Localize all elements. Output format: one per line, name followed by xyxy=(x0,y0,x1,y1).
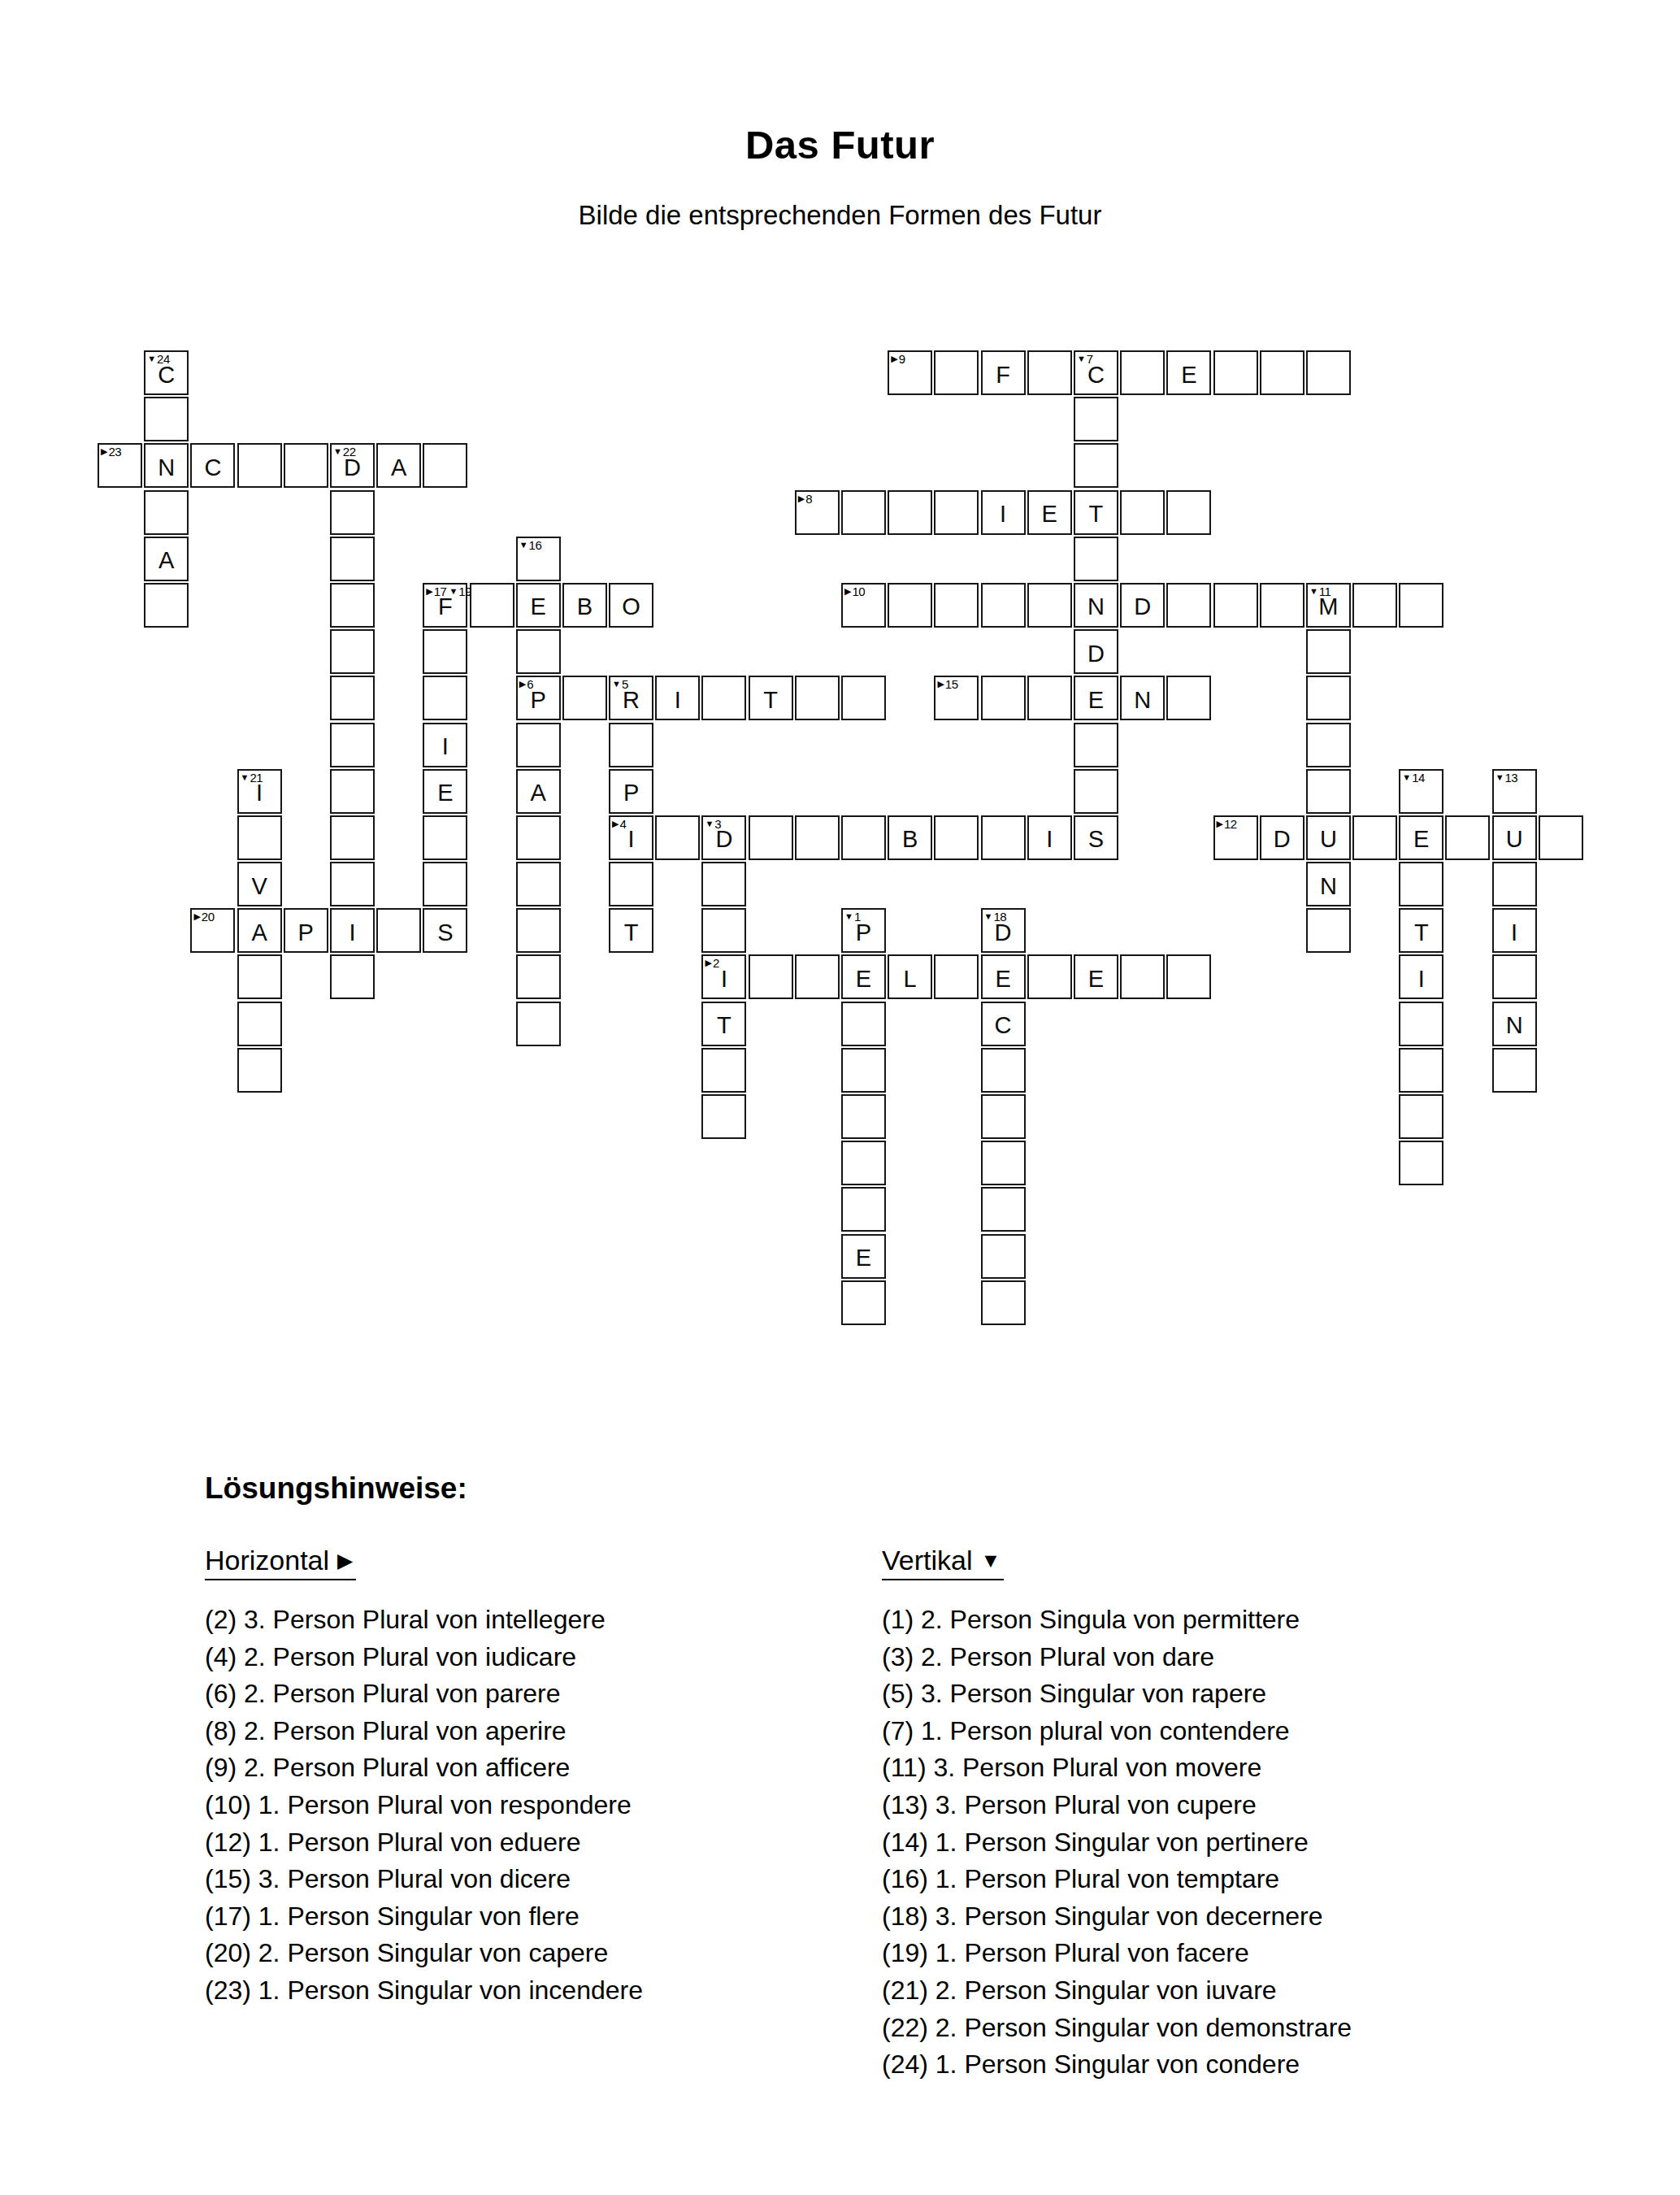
page-subtitle: Bilde die entsprechenden Formen des Futu… xyxy=(0,200,1680,231)
cell-r13-c15[interactable] xyxy=(795,954,840,999)
cell-r0-c19[interactable]: F xyxy=(981,350,1026,395)
cell-r10-c11[interactable]: ▶4I xyxy=(609,815,653,860)
across-arrow-icon: ▶ xyxy=(844,587,851,596)
cell-r12-c16[interactable]: ▼1P xyxy=(841,908,886,953)
cell-r10-c26[interactable]: U xyxy=(1306,815,1351,860)
clue-number: 9 xyxy=(899,353,905,365)
cell-r5-c7[interactable]: ▶17▼19F xyxy=(423,583,467,628)
clue-number-labels: ▶15 xyxy=(937,678,957,690)
clue-number-label: ▼1 xyxy=(844,911,861,923)
clue-item-down-13: (13) 3. Person Plural von cupere xyxy=(882,1787,1352,1824)
cell-r16-c13[interactable] xyxy=(701,1094,746,1139)
across-heading-label: Horizontal xyxy=(205,1545,329,1576)
cell-letter: T xyxy=(1414,921,1429,945)
clue-number-labels: ▼18 xyxy=(984,911,1007,923)
cell-letter: C xyxy=(995,1014,1012,1037)
cell-r7-c10[interactable] xyxy=(562,676,607,720)
cell-r6-c26[interactable] xyxy=(1306,629,1351,674)
cell-r0-c22[interactable] xyxy=(1120,350,1165,395)
clue-number-label: ▼18 xyxy=(984,911,1007,923)
cell-letter: A xyxy=(158,549,174,572)
down-arrow-icon: ▼ xyxy=(984,912,993,921)
cell-r13-c28[interactable]: I xyxy=(1399,954,1443,999)
clue-number: 12 xyxy=(1224,818,1237,830)
clue-item-down-16: (16) 1. Person Plural von temptare xyxy=(882,1861,1352,1898)
cell-r15-c16[interactable] xyxy=(841,1048,886,1093)
cell-r2-c7[interactable] xyxy=(423,443,467,488)
down-arrow-icon: ▼ xyxy=(844,912,853,921)
clue-number: 15 xyxy=(945,678,958,690)
cell-r10-c29[interactable] xyxy=(1445,815,1490,860)
cell-r13-c30[interactable] xyxy=(1492,954,1537,999)
cell-r9-c3[interactable]: ▼21I xyxy=(237,769,282,814)
cell-letter: S xyxy=(1088,828,1104,851)
clue-item-down-18: (18) 3. Person Singular von decernere xyxy=(882,1898,1352,1936)
clue-number-label: ▼3 xyxy=(705,818,721,830)
clue-number-labels: ▶6 xyxy=(519,678,533,690)
cell-letter: E xyxy=(437,781,453,805)
down-arrow-icon: ▼ xyxy=(705,819,714,828)
across-arrow-icon: ▶ xyxy=(101,447,107,456)
cell-r13-c13[interactable]: ▶2I xyxy=(701,954,746,999)
cell-r9-c9[interactable]: A xyxy=(516,769,561,814)
down-clues-column: Vertikal ▼ (1) 2. Person Singula von per… xyxy=(882,1545,1352,2084)
cell-r3-c15[interactable]: ▶8 xyxy=(795,490,840,535)
cell-r0-c21[interactable]: ▼7C xyxy=(1074,350,1118,395)
cell-r7-c26[interactable] xyxy=(1306,676,1351,720)
cell-r10-c9[interactable] xyxy=(516,815,561,860)
cell-r11-c30[interactable] xyxy=(1492,862,1537,906)
cell-r10-c13[interactable]: ▼3D xyxy=(701,815,746,860)
clue-number: 6 xyxy=(527,678,533,690)
cell-r10-c24[interactable]: ▶12 xyxy=(1213,815,1258,860)
clue-number-label: ▶17 xyxy=(426,585,446,598)
clue-number: 13 xyxy=(1505,772,1518,784)
cell-r14-c30[interactable]: N xyxy=(1492,1002,1537,1046)
cell-r5-c23[interactable] xyxy=(1166,583,1211,628)
cell-r7-c22[interactable]: N xyxy=(1120,676,1165,720)
cell-r13-c5[interactable] xyxy=(330,954,375,999)
cell-r10-c30[interactable]: U xyxy=(1492,815,1537,860)
cell-letter: P xyxy=(623,781,639,805)
cell-r5-c25[interactable] xyxy=(1260,583,1304,628)
clue-number-labels: ▼3 xyxy=(705,818,721,830)
cell-r12-c7[interactable]: S xyxy=(423,908,467,953)
cell-r4-c9[interactable]: ▼16 xyxy=(516,537,561,581)
cell-r11-c13[interactable] xyxy=(701,862,746,906)
across-arrow-icon: ▶ xyxy=(705,958,711,967)
across-clue-list: (2) 3. Person Plural von intellegere(4) … xyxy=(205,1602,643,2010)
clue-number-labels: ▼22 xyxy=(333,446,356,458)
clue-item-down-19: (19) 1. Person Plural von facere xyxy=(882,1935,1352,1972)
cell-r12-c11[interactable]: T xyxy=(609,908,653,953)
cell-r6-c9[interactable] xyxy=(516,629,561,674)
cell-r19-c19[interactable] xyxy=(981,1234,1026,1279)
cell-r5-c5[interactable] xyxy=(330,583,375,628)
cell-r18-c16[interactable] xyxy=(841,1187,886,1232)
cell-r12-c9[interactable] xyxy=(516,908,561,953)
cell-r15-c19[interactable] xyxy=(981,1048,1026,1093)
clue-number-labels: ▶12 xyxy=(1217,818,1237,830)
cell-r5-c17[interactable] xyxy=(888,583,932,628)
down-arrow-icon: ▼ xyxy=(981,1550,1001,1571)
cell-r7-c21[interactable]: E xyxy=(1074,676,1118,720)
cell-letter: N xyxy=(1087,595,1105,619)
cell-letter: I xyxy=(1000,502,1006,526)
clue-number-labels: ▼24 xyxy=(147,353,170,365)
cell-r0-c23[interactable]: E xyxy=(1166,350,1211,395)
cell-r12-c28[interactable]: T xyxy=(1399,908,1443,953)
down-arrow-icon: ▼ xyxy=(612,680,621,689)
cell-r0-c24[interactable] xyxy=(1213,350,1258,395)
cell-r7-c23[interactable] xyxy=(1166,676,1211,720)
cell-r5-c18[interactable] xyxy=(934,583,979,628)
cell-r13-c19[interactable]: E xyxy=(981,954,1026,999)
cell-r18-c19[interactable] xyxy=(981,1187,1026,1232)
cell-letter: I xyxy=(1046,828,1053,851)
cell-r8-c21[interactable] xyxy=(1074,723,1118,767)
cell-r12-c13[interactable] xyxy=(701,908,746,953)
cell-r8-c9[interactable] xyxy=(516,723,561,767)
cell-r2-c21[interactable] xyxy=(1074,443,1118,488)
cell-r4-c21[interactable] xyxy=(1074,537,1118,581)
cell-letter: T xyxy=(717,1014,731,1037)
cell-r11-c26[interactable]: N xyxy=(1306,862,1351,906)
down-arrow-icon: ▼ xyxy=(241,773,250,782)
clue-item-down-11: (11) 3. Person Plural von movere xyxy=(882,1749,1352,1787)
down-clue-list: (1) 2. Person Singula von permittere(3) … xyxy=(882,1602,1352,2084)
cell-r11-c9[interactable] xyxy=(516,862,561,906)
clue-number-labels: ▼16 xyxy=(519,539,542,551)
cell-r0-c20[interactable] xyxy=(1027,350,1072,395)
clue-number-label: ▶2 xyxy=(705,957,718,969)
clue-number: 16 xyxy=(529,539,542,551)
cell-r10-c20[interactable]: I xyxy=(1027,815,1072,860)
cell-r13-c18[interactable] xyxy=(934,954,979,999)
clue-number-label: ▼7 xyxy=(1077,353,1093,365)
cell-r13-c3[interactable] xyxy=(237,954,282,999)
cell-letter: E xyxy=(856,1246,871,1270)
cell-r5-c1[interactable] xyxy=(144,583,189,628)
cell-r14-c19[interactable]: C xyxy=(981,1002,1026,1046)
cell-letter: E xyxy=(1088,689,1104,712)
cell-r1-c1[interactable] xyxy=(144,397,189,441)
cell-r10-c12[interactable] xyxy=(655,815,700,860)
cell-r3-c5[interactable] xyxy=(330,490,375,535)
across-clues-header: Horizontal ▶ xyxy=(205,1545,356,1580)
cell-r7-c18[interactable]: ▶15 xyxy=(934,676,979,720)
down-arrow-icon: ▼ xyxy=(1496,773,1504,782)
cell-r3-c22[interactable] xyxy=(1120,490,1165,535)
cell-letter: M xyxy=(1318,595,1338,619)
down-arrow-icon: ▼ xyxy=(1309,587,1318,596)
cell-letter: C xyxy=(204,456,221,480)
cell-r14-c28[interactable] xyxy=(1399,1002,1443,1046)
cell-letter: U xyxy=(1506,828,1523,851)
across-arrow-icon: ▶ xyxy=(426,587,432,596)
cell-r12-c4[interactable]: P xyxy=(284,908,328,953)
cell-r10-c17[interactable]: B xyxy=(888,815,932,860)
cell-r10-c15[interactable] xyxy=(795,815,840,860)
cell-r13-c23[interactable] xyxy=(1166,954,1211,999)
cell-r7-c5[interactable] xyxy=(330,676,375,720)
clue-item-across-9: (9) 2. Person Plural von afficere xyxy=(205,1749,643,1787)
cell-letter: B xyxy=(902,828,918,851)
cell-r5-c19[interactable] xyxy=(981,583,1026,628)
cell-r2-c0[interactable]: ▶23 xyxy=(98,443,142,488)
cell-letter: I xyxy=(721,967,727,991)
clue-number: 17 xyxy=(434,585,447,598)
cell-r12-c19[interactable]: ▼18D xyxy=(981,908,1026,953)
clue-number-label: ▶6 xyxy=(519,678,533,690)
clue-number: 8 xyxy=(805,493,812,505)
clue-item-down-22: (22) 2. Person Singular von demonstrare xyxy=(882,2010,1352,2047)
clue-number-labels: ▶9 xyxy=(891,353,905,365)
clue-number-label: ▶23 xyxy=(101,446,121,458)
cell-r3-c23[interactable] xyxy=(1166,490,1211,535)
cell-r10-c28[interactable]: E xyxy=(1399,815,1443,860)
cell-r0-c25[interactable] xyxy=(1260,350,1304,395)
cell-r7-c9[interactable]: ▶6P xyxy=(516,676,561,720)
cell-r12-c26[interactable] xyxy=(1306,908,1351,953)
cell-r8-c11[interactable] xyxy=(609,723,653,767)
cell-r10-c18[interactable] xyxy=(934,815,979,860)
cell-r15-c13[interactable] xyxy=(701,1048,746,1093)
cell-r5-c9[interactable]: E xyxy=(516,583,561,628)
cell-letter: N xyxy=(1134,689,1151,712)
cell-r14-c16[interactable] xyxy=(841,1002,886,1046)
cell-r9-c30[interactable]: ▼13 xyxy=(1492,769,1537,814)
cell-r14-c3[interactable] xyxy=(237,1002,282,1046)
cell-r3-c17[interactable] xyxy=(888,490,932,535)
cell-r10-c27[interactable] xyxy=(1352,815,1397,860)
cell-r5-c26[interactable]: ▼11M xyxy=(1306,583,1351,628)
clue-item-down-7: (7) 1. Person plural von contendere xyxy=(882,1713,1352,1750)
cell-r11-c3[interactable]: V xyxy=(237,862,282,906)
cell-r15-c28[interactable] xyxy=(1399,1048,1443,1093)
cell-letter: D xyxy=(344,456,361,480)
clue-number-label: ▶9 xyxy=(891,353,905,365)
across-arrow-icon: ▶ xyxy=(1217,819,1223,828)
cell-r3-c19[interactable]: I xyxy=(981,490,1026,535)
cell-r15-c30[interactable] xyxy=(1492,1048,1537,1093)
cell-r10-c25[interactable]: D xyxy=(1260,815,1304,860)
cell-r10-c21[interactable]: S xyxy=(1074,815,1118,860)
cell-r6-c5[interactable] xyxy=(330,629,375,674)
cell-r17-c28[interactable] xyxy=(1399,1141,1443,1185)
clue-item-down-14: (14) 1. Person Singular von pertinere xyxy=(882,1824,1352,1862)
cell-r13-c17[interactable]: L xyxy=(888,954,932,999)
cell-r5-c10[interactable]: B xyxy=(562,583,607,628)
clue-number-label: ▼11 xyxy=(1309,585,1331,598)
cell-r4-c1[interactable]: A xyxy=(144,537,189,581)
cell-r11-c11[interactable] xyxy=(609,862,653,906)
cell-r16-c16[interactable] xyxy=(841,1094,886,1139)
cell-r9-c28[interactable]: ▼14 xyxy=(1399,769,1443,814)
cell-r0-c26[interactable] xyxy=(1306,350,1351,395)
across-arrow-icon: ▶ xyxy=(337,1550,353,1571)
cell-r10-c16[interactable] xyxy=(841,815,886,860)
cell-letter: D xyxy=(995,921,1012,945)
cell-r11-c28[interactable] xyxy=(1399,862,1443,906)
cell-r9-c11[interactable]: P xyxy=(609,769,653,814)
clue-number-labels: ▼21 xyxy=(241,772,263,784)
cell-r20-c16[interactable] xyxy=(841,1280,886,1325)
cell-r12-c5[interactable]: I xyxy=(330,908,375,953)
cell-r5-c20[interactable] xyxy=(1027,583,1072,628)
cell-r3-c20[interactable]: E xyxy=(1027,490,1072,535)
cell-r6-c7[interactable] xyxy=(423,629,467,674)
cell-r9-c7[interactable]: E xyxy=(423,769,467,814)
cell-r10-c5[interactable] xyxy=(330,815,375,860)
cell-r2-c1[interactable]: N xyxy=(144,443,189,488)
down-arrow-icon: ▼ xyxy=(1077,354,1086,363)
cell-r5-c8[interactable] xyxy=(470,583,514,628)
clue-item-across-4: (4) 2. Person Plural von iudicare xyxy=(205,1639,643,1676)
cell-r5-c21[interactable]: N xyxy=(1074,583,1118,628)
cell-r12-c2[interactable]: ▶20 xyxy=(190,908,235,953)
cell-r12-c6[interactable] xyxy=(376,908,421,953)
clue-number: 5 xyxy=(622,678,628,690)
cell-r16-c28[interactable] xyxy=(1399,1094,1443,1139)
cell-r9-c21[interactable] xyxy=(1074,769,1118,814)
cell-r0-c17[interactable]: ▶9 xyxy=(888,350,932,395)
cell-r16-c19[interactable] xyxy=(981,1094,1026,1139)
clue-item-across-17: (17) 1. Person Singular von flere xyxy=(205,1898,643,1936)
cell-r8-c26[interactable] xyxy=(1306,723,1351,767)
clue-number-labels: ▶4 xyxy=(612,818,626,830)
cell-r11-c7[interactable] xyxy=(423,862,467,906)
cell-r2-c3[interactable] xyxy=(237,443,282,488)
cell-r14-c9[interactable] xyxy=(516,1002,561,1046)
cell-r15-c3[interactable] xyxy=(237,1048,282,1093)
clue-number: 18 xyxy=(993,911,1006,923)
cell-r7-c15[interactable] xyxy=(795,676,840,720)
cell-r3-c21[interactable]: T xyxy=(1074,490,1118,535)
cell-r1-c21[interactable] xyxy=(1074,397,1118,441)
cell-r13-c9[interactable] xyxy=(516,954,561,999)
cell-r17-c19[interactable] xyxy=(981,1141,1026,1185)
cell-r7-c16[interactable] xyxy=(841,676,886,720)
cell-r9-c5[interactable] xyxy=(330,769,375,814)
clue-item-across-15: (15) 3. Person Plural von dicere xyxy=(205,1861,643,1898)
cell-r7-c19[interactable] xyxy=(981,676,1026,720)
cell-r10-c3[interactable] xyxy=(237,815,282,860)
clue-number-labels: ▼7 xyxy=(1077,353,1093,365)
crossword-grid: ▼24C▶9F▼7CE▶23NC▼22DA▶8IETA▼16▶17▼19FEBO… xyxy=(98,350,1583,1325)
cell-letter: P xyxy=(298,921,314,945)
cell-r13-c20[interactable] xyxy=(1027,954,1072,999)
cell-r5-c16[interactable]: ▶10 xyxy=(841,583,886,628)
cell-r5-c27[interactable] xyxy=(1352,583,1397,628)
cell-letter: D xyxy=(715,828,732,851)
cell-r3-c1[interactable] xyxy=(144,490,189,535)
clue-item-down-3: (3) 2. Person Plural von dare xyxy=(882,1639,1352,1676)
clue-item-across-12: (12) 1. Person Plural von eduere xyxy=(205,1824,643,1862)
cell-r14-c13[interactable]: T xyxy=(701,1002,746,1046)
cell-r13-c22[interactable] xyxy=(1120,954,1165,999)
cell-r10-c14[interactable] xyxy=(749,815,793,860)
across-arrow-icon: ▶ xyxy=(193,912,200,921)
clue-item-across-10: (10) 1. Person Plural von respondere xyxy=(205,1787,643,1824)
clue-item-down-21: (21) 2. Person Singular von iuvare xyxy=(882,1972,1352,2010)
cell-letter: L xyxy=(904,967,917,991)
cell-r6-c21[interactable]: D xyxy=(1074,629,1118,674)
cell-r5-c28[interactable] xyxy=(1399,583,1443,628)
cell-letter: A xyxy=(531,781,546,805)
clue-number: 23 xyxy=(108,446,121,458)
clue-number-labels: ▶2 xyxy=(705,957,718,969)
down-clues-header: Vertikal ▼ xyxy=(882,1545,1004,1580)
cell-letter: C xyxy=(158,363,175,387)
cell-r13-c21[interactable]: E xyxy=(1074,954,1118,999)
cell-r0-c1[interactable]: ▼24C xyxy=(144,350,189,395)
cell-r2-c5[interactable]: ▼22D xyxy=(330,443,375,488)
cell-r5-c11[interactable]: O xyxy=(609,583,653,628)
cell-letter: I xyxy=(1511,921,1517,945)
page-title: Das Futur xyxy=(0,122,1680,167)
cell-r0-c18[interactable] xyxy=(934,350,979,395)
clue-number: 7 xyxy=(1087,353,1093,365)
cell-r13-c14[interactable] xyxy=(749,954,793,999)
cell-r10-c31[interactable] xyxy=(1539,815,1583,860)
cell-letter: E xyxy=(995,967,1010,991)
cell-r12-c30[interactable]: I xyxy=(1492,908,1537,953)
cell-r20-c19[interactable] xyxy=(981,1280,1026,1325)
cell-r5-c22[interactable]: D xyxy=(1120,583,1165,628)
clue-number-labels: ▶23 xyxy=(101,446,121,458)
cell-r2-c6[interactable]: A xyxy=(376,443,421,488)
cell-r4-c5[interactable] xyxy=(330,537,375,581)
cell-r7-c14[interactable]: T xyxy=(749,676,793,720)
cell-letter: E xyxy=(1088,967,1104,991)
cell-r8-c7[interactable]: I xyxy=(423,723,467,767)
cell-letter: R xyxy=(623,689,640,712)
clue-number-labels: ▶20 xyxy=(193,911,214,923)
down-arrow-icon: ▼ xyxy=(147,354,156,363)
clue-item-down-1: (1) 2. Person Singula von permittere xyxy=(882,1602,1352,1639)
clue-number-label: ▶8 xyxy=(798,493,812,505)
clue-number-label: ▶10 xyxy=(844,585,865,598)
cell-letter: D xyxy=(1134,595,1151,619)
cell-r7-c20[interactable] xyxy=(1027,676,1072,720)
cell-r7-c13[interactable] xyxy=(701,676,746,720)
cell-r2-c2[interactable]: C xyxy=(190,443,235,488)
cell-r17-c16[interactable] xyxy=(841,1141,886,1185)
cell-r3-c16[interactable] xyxy=(841,490,886,535)
cell-letter: T xyxy=(763,689,778,712)
across-arrow-icon: ▶ xyxy=(612,819,619,828)
cell-r7-c7[interactable] xyxy=(423,676,467,720)
cell-r8-c5[interactable] xyxy=(330,723,375,767)
cell-r11-c5[interactable] xyxy=(330,862,375,906)
cell-r5-c24[interactable] xyxy=(1213,583,1258,628)
cell-r12-c3[interactable]: A xyxy=(237,908,282,953)
cell-r7-c11[interactable]: ▼5R xyxy=(609,676,653,720)
cell-r2-c4[interactable] xyxy=(284,443,328,488)
clue-number-labels: ▼1 xyxy=(844,911,861,923)
clue-number-label: ▶20 xyxy=(193,911,214,923)
cell-r9-c26[interactable] xyxy=(1306,769,1351,814)
cell-r3-c18[interactable] xyxy=(934,490,979,535)
cell-r10-c19[interactable] xyxy=(981,815,1026,860)
cell-r10-c7[interactable] xyxy=(423,815,467,860)
cell-r19-c16[interactable]: E xyxy=(841,1234,886,1279)
cell-r13-c16[interactable]: E xyxy=(841,954,886,999)
cell-letter: F xyxy=(438,595,453,619)
cell-r7-c12[interactable]: I xyxy=(655,676,700,720)
clue-item-down-24: (24) 1. Person Singular von condere xyxy=(882,2046,1352,2084)
